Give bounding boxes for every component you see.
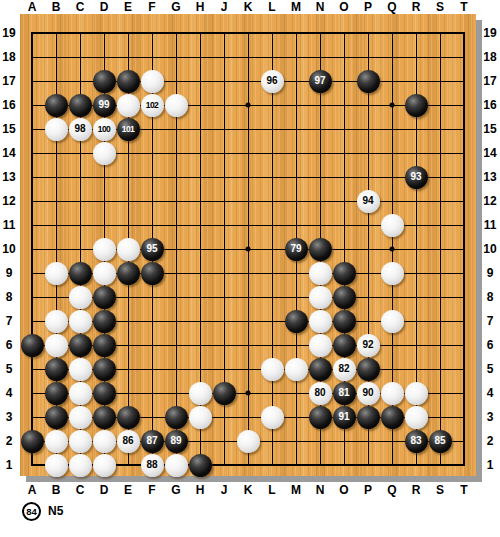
col-label-bottom-D: D <box>100 484 109 496</box>
row-label-right-10: 10 <box>483 243 496 255</box>
stone-white-N9[interactable] <box>309 262 332 285</box>
stone-black-B4[interactable] <box>45 382 68 405</box>
row-label-left-6: 6 <box>6 339 13 351</box>
stone-black-P17[interactable] <box>357 70 380 93</box>
row-label-right-19: 19 <box>483 27 496 39</box>
stone-white-B6[interactable] <box>45 334 68 357</box>
stone-black-D7[interactable] <box>93 310 116 333</box>
move-note-stone-icon: 84 <box>22 502 41 521</box>
stone-white-F17[interactable] <box>141 70 164 93</box>
row-label-left-14: 14 <box>2 147 15 159</box>
row-label-left-10: 10 <box>2 243 15 255</box>
stone-black-G3[interactable] <box>165 406 188 429</box>
stone-white-E2[interactable]: 86 <box>117 430 140 453</box>
stone-black-E9[interactable] <box>117 262 140 285</box>
stone-black-D5[interactable] <box>93 358 116 381</box>
row-label-left-7: 7 <box>6 315 13 327</box>
stone-white-C2[interactable] <box>69 430 92 453</box>
go-board[interactable]: 9697991029810010193949579928280819091868… <box>20 14 476 476</box>
col-label-top-F: F <box>148 1 155 13</box>
stone-black-D17[interactable] <box>93 70 116 93</box>
move-number: 79 <box>290 244 301 254</box>
stone-black-R16[interactable] <box>405 94 428 117</box>
col-label-bottom-A: A <box>28 484 37 496</box>
stone-white-P6[interactable]: 92 <box>357 334 380 357</box>
stone-black-S2[interactable]: 85 <box>429 430 452 453</box>
stone-black-E3[interactable] <box>117 406 140 429</box>
row-label-right-6: 6 <box>487 339 494 351</box>
stone-white-H3[interactable] <box>189 406 212 429</box>
row-label-left-1: 1 <box>6 459 13 471</box>
col-label-bottom-P: P <box>364 484 372 496</box>
col-label-bottom-M: M <box>291 484 301 496</box>
col-label-top-R: R <box>412 1 421 13</box>
col-label-bottom-K: K <box>244 484 253 496</box>
stone-black-N5[interactable] <box>309 358 332 381</box>
stone-white-C5[interactable] <box>69 358 92 381</box>
col-label-bottom-H: H <box>196 484 205 496</box>
stone-white-R3[interactable] <box>405 406 428 429</box>
stone-black-A6[interactable] <box>21 334 44 357</box>
move-number: 89 <box>170 436 181 446</box>
col-label-top-T: T <box>460 1 467 13</box>
move-number: 85 <box>434 436 445 446</box>
move-number: 100 <box>98 125 111 134</box>
col-label-top-J: J <box>221 1 228 13</box>
move-number: 80 <box>314 388 325 398</box>
stone-white-N4[interactable]: 80 <box>309 382 332 405</box>
col-label-bottom-O: O <box>339 484 348 496</box>
col-label-bottom-J: J <box>221 484 228 496</box>
stone-white-C4[interactable] <box>69 382 92 405</box>
col-label-bottom-C: C <box>76 484 85 496</box>
row-label-left-17: 17 <box>2 75 15 87</box>
row-label-left-12: 12 <box>2 195 15 207</box>
stone-black-N17[interactable]: 97 <box>309 70 332 93</box>
col-label-top-Q: Q <box>387 1 396 13</box>
col-label-bottom-T: T <box>460 484 467 496</box>
stone-black-D3[interactable] <box>93 406 116 429</box>
stone-white-E16[interactable] <box>117 94 140 117</box>
move-number: 91 <box>338 412 349 422</box>
stone-white-C7[interactable] <box>69 310 92 333</box>
stone-white-D2[interactable] <box>93 430 116 453</box>
move-number: 98 <box>74 124 85 134</box>
star-point-K10 <box>246 247 251 252</box>
star-point-K16 <box>246 103 251 108</box>
stone-white-D1[interactable] <box>93 454 116 477</box>
col-label-bottom-S: S <box>436 484 444 496</box>
row-label-right-18: 18 <box>483 51 496 63</box>
row-label-right-12: 12 <box>483 195 496 207</box>
move-number: 97 <box>314 76 325 86</box>
go-diagram: 9697991029810010193949579928280819091868… <box>0 0 500 537</box>
move-number: 99 <box>98 100 109 110</box>
stone-black-D8[interactable] <box>93 286 116 309</box>
stone-black-C9[interactable] <box>69 262 92 285</box>
stone-black-R13[interactable]: 93 <box>405 166 428 189</box>
stone-black-F9[interactable] <box>141 262 164 285</box>
row-label-right-8: 8 <box>487 291 494 303</box>
move-number: 86 <box>122 436 133 446</box>
stone-black-O7[interactable] <box>333 310 356 333</box>
stone-white-C15[interactable]: 98 <box>69 118 92 141</box>
stone-white-Q7[interactable] <box>381 310 404 333</box>
stone-white-G1[interactable] <box>165 454 188 477</box>
row-label-left-5: 5 <box>6 363 13 375</box>
col-label-top-S: S <box>436 1 444 13</box>
stone-white-O5[interactable]: 82 <box>333 358 356 381</box>
stone-white-P12[interactable]: 94 <box>357 190 380 213</box>
col-label-top-N: N <box>316 1 325 13</box>
stone-white-C1[interactable] <box>69 454 92 477</box>
row-label-right-11: 11 <box>484 219 497 231</box>
stone-black-Q3[interactable] <box>381 406 404 429</box>
col-label-bottom-R: R <box>412 484 421 496</box>
col-label-bottom-B: B <box>52 484 61 496</box>
stone-white-L5[interactable] <box>261 358 284 381</box>
move-number: 90 <box>362 388 373 398</box>
row-label-right-16: 16 <box>483 99 496 111</box>
move-number: 83 <box>410 436 421 446</box>
col-label-bottom-E: E <box>124 484 132 496</box>
row-label-left-11: 11 <box>3 219 16 231</box>
move-number: 101 <box>122 125 135 134</box>
row-label-right-13: 13 <box>483 171 496 183</box>
stone-white-Q9[interactable] <box>381 262 404 285</box>
stone-white-B15[interactable] <box>45 118 68 141</box>
stone-black-N3[interactable] <box>309 406 332 429</box>
row-label-left-13: 13 <box>2 171 15 183</box>
row-label-left-4: 4 <box>6 387 13 399</box>
stone-black-B16[interactable] <box>45 94 68 117</box>
stone-black-O8[interactable] <box>333 286 356 309</box>
row-label-left-16: 16 <box>2 99 15 111</box>
stone-black-P3[interactable] <box>357 406 380 429</box>
stone-white-N7[interactable] <box>309 310 332 333</box>
stone-black-F2[interactable]: 87 <box>141 430 164 453</box>
move-number: 92 <box>362 340 373 350</box>
grid-lines <box>20 14 476 476</box>
stone-white-D9[interactable] <box>93 262 116 285</box>
stone-white-F16[interactable]: 102 <box>141 94 164 117</box>
col-label-top-D: D <box>100 1 109 13</box>
stone-white-D15[interactable]: 100 <box>93 118 116 141</box>
col-label-top-C: C <box>76 1 85 13</box>
move-note-coordinate: N5 <box>48 504 63 518</box>
move-number: 93 <box>410 172 421 182</box>
row-label-left-2: 2 <box>6 435 13 447</box>
row-label-right-14: 14 <box>483 147 496 159</box>
star-point-Q16 <box>390 103 395 108</box>
stone-black-B3[interactable] <box>45 406 68 429</box>
stone-white-M5[interactable] <box>285 358 308 381</box>
stone-white-L17[interactable]: 96 <box>261 70 284 93</box>
stone-black-G2[interactable]: 89 <box>165 430 188 453</box>
stone-white-K2[interactable] <box>237 430 260 453</box>
col-label-bottom-L: L <box>268 484 275 496</box>
row-label-left-8: 8 <box>6 291 13 303</box>
col-label-top-G: G <box>171 1 180 13</box>
stone-white-D10[interactable] <box>93 238 116 261</box>
stone-white-B2[interactable] <box>45 430 68 453</box>
row-label-right-3: 3 <box>487 411 494 423</box>
row-label-left-18: 18 <box>2 51 15 63</box>
stone-black-P5[interactable] <box>357 358 380 381</box>
stone-black-C6[interactable] <box>69 334 92 357</box>
stone-black-O4[interactable]: 81 <box>333 382 356 405</box>
stone-white-B9[interactable] <box>45 262 68 285</box>
stone-black-H1[interactable] <box>189 454 212 477</box>
stone-black-B5[interactable] <box>45 358 68 381</box>
col-label-top-A: A <box>28 1 37 13</box>
stone-white-N8[interactable] <box>309 286 332 309</box>
row-label-right-4: 4 <box>487 387 494 399</box>
move-note: 84 N5 <box>22 501 63 521</box>
stone-black-R2[interactable]: 83 <box>405 430 428 453</box>
stone-white-H4[interactable] <box>189 382 212 405</box>
row-label-right-9: 9 <box>487 267 494 279</box>
stone-black-E17[interactable] <box>117 70 140 93</box>
move-number: 95 <box>146 244 157 254</box>
move-number: 94 <box>362 196 373 206</box>
move-number: 87 <box>146 436 157 446</box>
stone-black-F10[interactable]: 95 <box>141 238 164 261</box>
stone-white-C3[interactable] <box>69 406 92 429</box>
stone-black-O6[interactable] <box>333 334 356 357</box>
col-label-top-O: O <box>339 1 348 13</box>
stone-white-P4[interactable]: 90 <box>357 382 380 405</box>
row-label-right-7: 7 <box>487 315 494 327</box>
stone-black-N10[interactable] <box>309 238 332 261</box>
col-label-bottom-N: N <box>316 484 325 496</box>
stone-black-C16[interactable] <box>69 94 92 117</box>
move-number: 96 <box>266 76 277 86</box>
stone-white-B7[interactable] <box>45 310 68 333</box>
col-label-bottom-F: F <box>148 484 155 496</box>
col-label-top-M: M <box>291 1 301 13</box>
stone-black-A2[interactable] <box>21 430 44 453</box>
row-label-right-1: 1 <box>487 459 494 471</box>
stone-black-D16[interactable]: 99 <box>93 94 116 117</box>
col-label-top-B: B <box>52 1 61 13</box>
move-number: 88 <box>146 460 157 470</box>
stone-white-N6[interactable] <box>309 334 332 357</box>
row-label-right-5: 5 <box>487 363 494 375</box>
col-label-top-L: L <box>268 1 275 13</box>
stone-white-Q4[interactable] <box>381 382 404 405</box>
stone-black-D4[interactable] <box>93 382 116 405</box>
row-label-right-17: 17 <box>483 75 496 87</box>
stone-black-O9[interactable] <box>333 262 356 285</box>
row-label-right-2: 2 <box>487 435 494 447</box>
stone-black-O3[interactable]: 91 <box>333 406 356 429</box>
stone-black-M10[interactable]: 79 <box>285 238 308 261</box>
col-label-bottom-G: G <box>171 484 180 496</box>
row-label-right-15: 15 <box>483 123 496 135</box>
col-label-top-K: K <box>244 1 253 13</box>
move-number: 102 <box>146 101 159 110</box>
col-label-top-P: P <box>364 1 372 13</box>
stone-white-C8[interactable] <box>69 286 92 309</box>
star-point-K4 <box>246 391 251 396</box>
col-label-top-H: H <box>196 1 205 13</box>
stone-white-D14[interactable] <box>93 142 116 165</box>
col-label-bottom-Q: Q <box>387 484 396 496</box>
star-point-Q10 <box>390 247 395 252</box>
row-label-left-15: 15 <box>2 123 15 135</box>
row-label-left-19: 19 <box>2 27 15 39</box>
stone-white-R4[interactable] <box>405 382 428 405</box>
row-label-left-3: 3 <box>6 411 13 423</box>
stone-white-B1[interactable] <box>45 454 68 477</box>
stone-black-E15[interactable]: 101 <box>117 118 140 141</box>
move-number: 81 <box>338 388 349 398</box>
stone-white-G16[interactable] <box>165 94 188 117</box>
stone-white-L3[interactable] <box>261 406 284 429</box>
stone-white-E10[interactable] <box>117 238 140 261</box>
stone-black-J4[interactable] <box>213 382 236 405</box>
col-label-top-E: E <box>124 1 132 13</box>
move-number: 82 <box>338 364 349 374</box>
stone-black-D6[interactable] <box>93 334 116 357</box>
row-label-left-9: 9 <box>6 267 13 279</box>
stone-white-F1[interactable]: 88 <box>141 454 164 477</box>
stone-black-M7[interactable] <box>285 310 308 333</box>
stone-white-Q11[interactable] <box>381 214 404 237</box>
